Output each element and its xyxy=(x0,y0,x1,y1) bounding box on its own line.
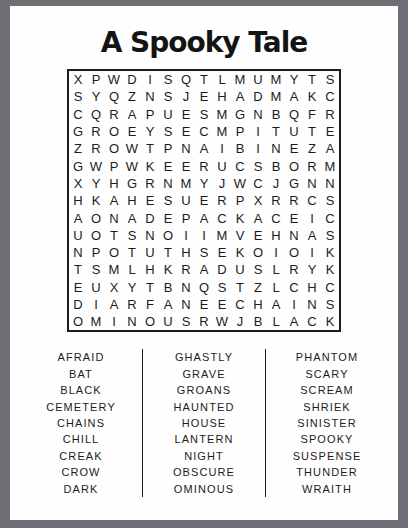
grid-cell: T xyxy=(69,261,87,278)
grid-cell: O xyxy=(105,244,123,261)
grid-cell: K xyxy=(321,261,339,278)
grid-cell: P xyxy=(87,71,105,88)
word-list-item: THUNDER xyxy=(266,464,388,480)
grid-cell: N xyxy=(285,227,303,244)
grid-cell: J xyxy=(213,175,231,192)
grid-cell: E xyxy=(159,157,177,174)
grid-cell: S xyxy=(159,123,177,140)
grid-cell: I xyxy=(177,227,195,244)
word-list-item: NIGHT xyxy=(143,448,265,464)
grid-cell: N xyxy=(177,296,195,313)
grid-cell: M xyxy=(87,313,105,330)
grid-cell: M xyxy=(267,88,285,105)
grid-cell: O xyxy=(87,209,105,226)
grid-cell: F xyxy=(303,106,321,123)
grid-cell: A xyxy=(123,209,141,226)
word-list-column-2: GHASTLYGRAVEGROANSHAUNTEDHOUSELANTERNNIG… xyxy=(142,349,266,497)
grid-cell: N xyxy=(249,106,267,123)
grid-cell: I xyxy=(213,140,231,157)
grid-cell: I xyxy=(105,313,123,330)
grid-cell: T xyxy=(231,279,249,296)
grid-cell: S xyxy=(159,71,177,88)
grid-cell: Y xyxy=(87,175,105,192)
grid-cell: E xyxy=(285,209,303,226)
grid-cell: C xyxy=(303,192,321,209)
grid-cell: A xyxy=(285,313,303,330)
grid-cell: M xyxy=(213,106,231,123)
grid-cell: E xyxy=(195,296,213,313)
grid-cell: G xyxy=(69,157,87,174)
word-list-item: AFRAID xyxy=(20,349,142,365)
grid-cell: T xyxy=(105,227,123,244)
grid-cell: O xyxy=(105,140,123,157)
word-list-item: SCREAM xyxy=(266,382,388,398)
grid-cell: U xyxy=(249,71,267,88)
grid-cell: O xyxy=(159,227,177,244)
grid-cell: M xyxy=(213,227,231,244)
grid-cell: C xyxy=(231,296,249,313)
grid-cell: D xyxy=(141,209,159,226)
grid-cell: O xyxy=(87,227,105,244)
grid-cell: S xyxy=(159,192,177,209)
grid-cell: O xyxy=(249,244,267,261)
grid-cell: I xyxy=(303,209,321,226)
grid-cell: S xyxy=(321,296,339,313)
word-list-item: DARK xyxy=(20,481,142,497)
grid-cell: R xyxy=(105,106,123,123)
grid-cell: Z xyxy=(69,140,87,157)
grid-cell: Y xyxy=(195,175,213,192)
grid-cell: C xyxy=(195,123,213,140)
grid-cell: M xyxy=(321,157,339,174)
grid-cell: N xyxy=(303,175,321,192)
grid-cell: I xyxy=(285,296,303,313)
puzzle-page: A Spooky Tale XPWDISQTLMUMYTSSYQZNSJEHAD… xyxy=(10,6,398,520)
grid-cell: C xyxy=(321,279,339,296)
grid-cell: E xyxy=(159,209,177,226)
grid-cell: B xyxy=(231,140,249,157)
grid-cell: L xyxy=(267,313,285,330)
word-list-item: CEMETERY xyxy=(20,399,142,415)
grid-cell: T xyxy=(141,140,159,157)
grid-cell: N xyxy=(159,175,177,192)
grid-cell: X xyxy=(69,71,87,88)
grid-cell: U xyxy=(141,244,159,261)
grid-cell: E xyxy=(195,192,213,209)
grid-cell: O xyxy=(105,123,123,140)
grid-cell: U xyxy=(213,157,231,174)
grid-cell: R xyxy=(195,157,213,174)
word-search-grid: XPWDISQTLMUMYTSSYQZNSJEHADMAKCCQRAPUESMG… xyxy=(67,69,341,332)
grid-cell: U xyxy=(159,106,177,123)
grid-cell: A xyxy=(195,140,213,157)
grid-cell: E xyxy=(285,140,303,157)
grid-cell: S xyxy=(249,157,267,174)
word-list-item: BLACK xyxy=(20,382,142,398)
grid-cell: A xyxy=(249,209,267,226)
grid-cell: G xyxy=(69,123,87,140)
grid-cell: W xyxy=(231,175,249,192)
grid-cell: S xyxy=(321,71,339,88)
grid-cell: P xyxy=(141,106,159,123)
grid-cell: A xyxy=(195,261,213,278)
word-list-item: OMINOUS xyxy=(143,481,265,497)
grid-cell: C xyxy=(267,209,285,226)
grid-cell: Y xyxy=(285,71,303,88)
grid-cell: G xyxy=(231,106,249,123)
grid-cell: I xyxy=(195,227,213,244)
grid-cell: S xyxy=(159,88,177,105)
grid-cell: M xyxy=(231,71,249,88)
grid-cell: Q xyxy=(285,106,303,123)
word-list-item: CREAK xyxy=(20,448,142,464)
grid-cell: R xyxy=(321,106,339,123)
grid-cell: C xyxy=(303,313,321,330)
grid-cell: A xyxy=(303,227,321,244)
grid-cell: E xyxy=(69,279,87,296)
word-list-item: CROW xyxy=(20,464,142,480)
word-list-item: HOUSE xyxy=(143,415,265,431)
grid-cell: R xyxy=(177,261,195,278)
grid-cell: N xyxy=(177,140,195,157)
grid-cell: E xyxy=(321,123,339,140)
word-list-item: CHILL xyxy=(20,431,142,447)
grid-cell: E xyxy=(249,227,267,244)
grid-cell: L xyxy=(267,279,285,296)
grid-cell: Q xyxy=(87,106,105,123)
grid-cell: A xyxy=(105,296,123,313)
grid-cell: S xyxy=(69,88,87,105)
grid-cell: U xyxy=(159,313,177,330)
grid-cell: B xyxy=(267,157,285,174)
grid-cell: H xyxy=(249,296,267,313)
word-list-column-1: AFRAIDBATBLACKCEMETERYCHAINSCHILLCREAKCR… xyxy=(20,349,142,497)
grid-cell: M xyxy=(267,71,285,88)
grid-cell: H xyxy=(177,244,195,261)
word-list-item: GRAVE xyxy=(143,366,265,382)
grid-cell: S xyxy=(87,261,105,278)
grid-cell: R xyxy=(87,140,105,157)
grid-cell: S xyxy=(195,244,213,261)
grid-cell: S xyxy=(321,192,339,209)
grid-cell: Y xyxy=(87,88,105,105)
grid-cell: D xyxy=(69,296,87,313)
grid-cell: A xyxy=(285,88,303,105)
grid-cell: C xyxy=(69,106,87,123)
grid-cell: W xyxy=(213,313,231,330)
grid-cell: H xyxy=(105,175,123,192)
word-list-item: SPOOKY xyxy=(266,431,388,447)
word-list-item: SINISTER xyxy=(266,415,388,431)
grid-cell: W xyxy=(123,157,141,174)
grid-cell: A xyxy=(321,140,339,157)
grid-cell: C xyxy=(213,209,231,226)
grid-cell: J xyxy=(231,313,249,330)
grid-cell: O xyxy=(141,313,159,330)
grid-cell: P xyxy=(231,192,249,209)
grid-cell: E xyxy=(177,106,195,123)
word-list-item: SHRIEK xyxy=(266,399,388,415)
grid-cell: I xyxy=(249,123,267,140)
grid-cell: N xyxy=(69,244,87,261)
grid-cell: T xyxy=(123,244,141,261)
grid-cell: Q xyxy=(177,71,195,88)
grid-cell: H xyxy=(267,227,285,244)
grid-cell: I xyxy=(249,140,267,157)
grid-cell: N xyxy=(123,313,141,330)
word-list-item: BAT xyxy=(20,366,142,382)
word-list-item: PHANTOM xyxy=(266,349,388,365)
grid-cell: V xyxy=(231,227,249,244)
grid-cell: N xyxy=(267,140,285,157)
grid-cell: X xyxy=(249,192,267,209)
grid-cell: X xyxy=(69,175,87,192)
grid-cell: P xyxy=(231,123,249,140)
grid-cell: O xyxy=(285,244,303,261)
grid-cell: C xyxy=(285,279,303,296)
grid-cell: Y xyxy=(141,123,159,140)
grid-cell: R xyxy=(213,192,231,209)
grid-cell: N xyxy=(141,88,159,105)
grid-cell: A xyxy=(123,106,141,123)
grid-cell: S xyxy=(321,227,339,244)
grid-cell: S xyxy=(177,313,195,330)
grid-cell: R xyxy=(87,123,105,140)
grid-cell: X xyxy=(105,279,123,296)
grid-cell: A xyxy=(159,296,177,313)
grid-cell: Z xyxy=(249,279,267,296)
grid-cell: E xyxy=(195,88,213,105)
grid-cell: C xyxy=(249,175,267,192)
grid-cell: C xyxy=(231,157,249,174)
grid-cell: U xyxy=(69,227,87,244)
grid-cell: G xyxy=(123,175,141,192)
grid-cell: P xyxy=(159,140,177,157)
grid-cell: H xyxy=(123,192,141,209)
grid-cell: H xyxy=(141,261,159,278)
grid-cell: W xyxy=(87,157,105,174)
grid-cell: C xyxy=(321,209,339,226)
grid-cell: S xyxy=(249,261,267,278)
word-list-item: LANTERN xyxy=(143,431,265,447)
grid-cell: M xyxy=(213,123,231,140)
grid-cell: U xyxy=(177,192,195,209)
grid-cell: K xyxy=(321,244,339,261)
grid-cell: N xyxy=(303,296,321,313)
grid-cell: Z xyxy=(303,140,321,157)
grid-cell: K xyxy=(231,209,249,226)
grid-cell: E xyxy=(141,192,159,209)
grid-cell: Y xyxy=(123,279,141,296)
grid-cell: K xyxy=(231,244,249,261)
grid-cell: U xyxy=(231,261,249,278)
grid-cell: K xyxy=(141,157,159,174)
grid-cell: W xyxy=(123,140,141,157)
grid-cell: J xyxy=(267,175,285,192)
grid-cell: B xyxy=(249,313,267,330)
grid-cell: H xyxy=(303,279,321,296)
grid-cell: U xyxy=(285,123,303,140)
grid-cell: L xyxy=(123,261,141,278)
grid-cell: W xyxy=(105,71,123,88)
grid-cell: E xyxy=(123,123,141,140)
grid-cell: C xyxy=(321,88,339,105)
grid-cell: G xyxy=(285,175,303,192)
grid-cell: K xyxy=(303,88,321,105)
grid-cell: K xyxy=(159,261,177,278)
grid-cell: P xyxy=(105,157,123,174)
grid-cell: Q xyxy=(195,279,213,296)
grid-cell: A xyxy=(195,209,213,226)
grid-cell: A xyxy=(267,296,285,313)
grid-cell: I xyxy=(141,71,159,88)
grid-cell: N xyxy=(141,227,159,244)
grid-cell: S xyxy=(213,279,231,296)
grid-cell: P xyxy=(87,244,105,261)
grid-cell: T xyxy=(303,123,321,140)
grid-cell: Q xyxy=(105,88,123,105)
word-list-item: SCARY xyxy=(266,366,388,382)
grid-cell: D xyxy=(249,88,267,105)
grid-cell: S xyxy=(123,227,141,244)
grid-cell: A xyxy=(69,209,87,226)
grid-cell: T xyxy=(303,71,321,88)
grid-cell: T xyxy=(267,123,285,140)
grid-cell: U xyxy=(87,279,105,296)
grid-cell: R xyxy=(141,175,159,192)
word-list-column-3: PHANTOMSCARYSCREAMSHRIEKSINISTERSPOOKYSU… xyxy=(266,349,388,497)
grid-cell: T xyxy=(141,279,159,296)
word-list: AFRAIDBATBLACKCEMETERYCHAINSCHILLCREAKCR… xyxy=(10,349,398,497)
grid-cell: E xyxy=(213,244,231,261)
word-list-item: GROANS xyxy=(143,382,265,398)
grid-cell: E xyxy=(177,123,195,140)
grid-cell: R xyxy=(285,192,303,209)
puzzle-title: A Spooky Tale xyxy=(10,6,398,60)
grid-cell: M xyxy=(105,261,123,278)
grid-cell: K xyxy=(87,192,105,209)
grid-cell: N xyxy=(177,279,195,296)
grid-cell: O xyxy=(285,157,303,174)
grid-cell: T xyxy=(195,71,213,88)
grid-cell: O xyxy=(69,313,87,330)
grid-cell: I xyxy=(87,296,105,313)
grid-cell: R xyxy=(123,296,141,313)
word-list-item: CHAINS xyxy=(20,415,142,431)
grid-cell: H xyxy=(69,192,87,209)
grid-cell: B xyxy=(267,106,285,123)
grid-cell: R xyxy=(195,313,213,330)
word-list-item: OBSCURE xyxy=(143,464,265,480)
grid-cell: Y xyxy=(303,261,321,278)
word-list-item: HAUNTED xyxy=(143,399,265,415)
grid-cell: A xyxy=(105,192,123,209)
grid-cell: A xyxy=(231,88,249,105)
grid-cell: R xyxy=(303,157,321,174)
grid-cell: I xyxy=(303,244,321,261)
grid-cell: Z xyxy=(123,88,141,105)
grid-cell: J xyxy=(177,88,195,105)
grid-cell: F xyxy=(141,296,159,313)
grid-cell: S xyxy=(195,106,213,123)
grid-cell: T xyxy=(159,244,177,261)
grid-cell: E xyxy=(213,296,231,313)
grid-cell: E xyxy=(177,157,195,174)
grid-cell: D xyxy=(213,261,231,278)
grid-cell: R xyxy=(267,192,285,209)
grid-cell: I xyxy=(267,244,285,261)
grid-cell: K xyxy=(321,313,339,330)
word-list-item: WRAITH xyxy=(266,481,388,497)
grid-cell: D xyxy=(123,71,141,88)
grid-cell: P xyxy=(177,209,195,226)
grid-cell: M xyxy=(177,175,195,192)
grid-cell: N xyxy=(321,175,339,192)
grid-cell: B xyxy=(159,279,177,296)
grid-cell: L xyxy=(267,261,285,278)
word-list-item: GHASTLY xyxy=(143,349,265,365)
grid-cell: L xyxy=(213,71,231,88)
grid-cell: N xyxy=(105,209,123,226)
word-list-item: SUSPENSE xyxy=(266,448,388,464)
grid-cell: R xyxy=(285,261,303,278)
grid-cell: H xyxy=(213,88,231,105)
